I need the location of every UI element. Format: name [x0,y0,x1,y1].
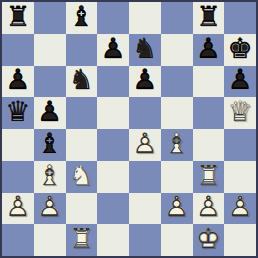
square-e1[interactable] [129,224,161,256]
square-g7[interactable]: ♟♙ [193,34,225,66]
square-d5[interactable] [97,97,129,129]
square-d2[interactable] [97,193,129,225]
black-rook[interactable]: ♜♖ [2,2,34,34]
square-a2[interactable]: ♟♙ [2,193,34,225]
rook-glyph-outline: ♖ [196,3,221,31]
square-a6[interactable]: ♟♙ [2,66,34,98]
square-h4[interactable] [224,129,256,161]
square-g8[interactable]: ♜♖ [193,2,225,34]
pawn-glyph-outline: ♙ [132,130,157,158]
square-e7[interactable]: ♞♘ [129,34,161,66]
square-g3[interactable]: ♜♖ [193,161,225,193]
square-c7[interactable] [66,34,98,66]
white-pawn[interactable]: ♟♙ [2,193,34,225]
king-glyph-outline: ♔ [228,35,253,63]
black-pawn[interactable]: ♟♙ [34,97,66,129]
square-d7[interactable]: ♟♙ [97,34,129,66]
square-h7[interactable]: ♚♔ [224,34,256,66]
square-d4[interactable] [97,129,129,161]
square-e8[interactable] [129,2,161,34]
rook-glyph-outline: ♖ [5,3,30,31]
white-pawn[interactable]: ♟♙ [34,193,66,225]
square-b8[interactable] [34,2,66,34]
square-h8[interactable] [224,2,256,34]
knight-glyph-outline: ♘ [69,162,94,190]
white-queen[interactable]: ♛♕ [224,97,256,129]
square-h2[interactable]: ♟♙ [224,193,256,225]
square-e5[interactable] [129,97,161,129]
square-a8[interactable]: ♜♖ [2,2,34,34]
king-glyph-outline: ♔ [196,225,221,253]
black-knight[interactable]: ♞♘ [66,66,98,98]
white-pawn[interactable]: ♟♙ [129,129,161,161]
knight-glyph-outline: ♘ [69,66,94,94]
pawn-glyph-outline: ♙ [164,193,189,221]
black-pawn[interactable]: ♟♙ [224,66,256,98]
square-f1[interactable] [161,224,193,256]
black-pawn[interactable]: ♟♙ [129,66,161,98]
square-c2[interactable] [66,193,98,225]
square-g2[interactable]: ♟♙ [193,193,225,225]
square-h1[interactable] [224,224,256,256]
white-pawn[interactable]: ♟♙ [193,193,225,225]
rook-glyph-outline: ♖ [196,162,221,190]
square-f2[interactable]: ♟♙ [161,193,193,225]
square-e4[interactable]: ♟♙ [129,129,161,161]
pawn-glyph-outline: ♙ [101,35,126,63]
square-b1[interactable] [34,224,66,256]
square-f7[interactable] [161,34,193,66]
white-rook[interactable]: ♜♖ [66,224,98,256]
pawn-glyph-outline: ♙ [37,193,62,221]
square-c8[interactable]: ♝♗ [66,2,98,34]
pawn-glyph-outline: ♙ [37,98,62,126]
square-f5[interactable] [161,97,193,129]
square-d8[interactable] [97,2,129,34]
square-c6[interactable]: ♞♘ [66,66,98,98]
square-b7[interactable] [34,34,66,66]
square-d6[interactable] [97,66,129,98]
square-f3[interactable] [161,161,193,193]
square-b2[interactable]: ♟♙ [34,193,66,225]
square-c5[interactable] [66,97,98,129]
square-h6[interactable]: ♟♙ [224,66,256,98]
black-pawn[interactable]: ♟♙ [97,34,129,66]
square-h5[interactable]: ♛♕ [224,97,256,129]
bishop-glyph-outline: ♗ [69,3,94,31]
pawn-glyph-outline: ♙ [5,193,30,221]
pawn-glyph-outline: ♙ [5,66,30,94]
white-pawn[interactable]: ♟♙ [224,193,256,225]
white-king[interactable]: ♚♔ [193,224,225,256]
black-king[interactable]: ♚♔ [224,34,256,66]
square-a5[interactable]: ♛♕ [2,97,34,129]
black-bishop[interactable]: ♝♗ [34,129,66,161]
square-d1[interactable] [97,224,129,256]
square-g4[interactable] [193,129,225,161]
black-knight[interactable]: ♞♘ [129,34,161,66]
white-pawn[interactable]: ♟♙ [161,193,193,225]
black-queen[interactable]: ♛♕ [2,97,34,129]
pawn-glyph-outline: ♙ [196,35,221,63]
square-d3[interactable] [97,161,129,193]
black-rook[interactable]: ♜♖ [193,2,225,34]
chess-board: ♜♖♝♗♜♖♟♙♞♘♟♙♚♔♟♙♞♘♟♙♟♙♛♕♟♙♛♕♝♗♟♙♝♗♝♗♞♘♜♖… [2,2,256,256]
square-a1[interactable] [2,224,34,256]
square-a4[interactable] [2,129,34,161]
queen-glyph-outline: ♕ [228,98,253,126]
square-e3[interactable] [129,161,161,193]
square-g1[interactable]: ♚♔ [193,224,225,256]
pawn-glyph-outline: ♙ [228,66,253,94]
black-pawn[interactable]: ♟♙ [2,66,34,98]
bishop-glyph-outline: ♗ [37,130,62,158]
square-c3[interactable]: ♞♘ [66,161,98,193]
black-pawn[interactable]: ♟♙ [193,34,225,66]
chess-board-frame: ♜♖♝♗♜♖♟♙♞♘♟♙♚♔♟♙♞♘♟♙♟♙♛♕♟♙♛♕♝♗♟♙♝♗♝♗♞♘♜♖… [0,0,258,258]
square-c4[interactable] [66,129,98,161]
square-e6[interactable]: ♟♙ [129,66,161,98]
square-g5[interactable] [193,97,225,129]
black-bishop[interactable]: ♝♗ [66,2,98,34]
square-g6[interactable] [193,66,225,98]
square-f6[interactable] [161,66,193,98]
square-a3[interactable] [2,161,34,193]
square-b4[interactable]: ♝♗ [34,129,66,161]
square-f4[interactable]: ♝♗ [161,129,193,161]
bishop-glyph-outline: ♗ [164,130,189,158]
square-a7[interactable] [2,34,34,66]
square-f8[interactable] [161,2,193,34]
bishop-glyph-outline: ♗ [37,162,62,190]
white-bishop[interactable]: ♝♗ [34,161,66,193]
square-h3[interactable] [224,161,256,193]
knight-glyph-outline: ♘ [132,35,157,63]
pawn-glyph-outline: ♙ [228,193,253,221]
square-b5[interactable]: ♟♙ [34,97,66,129]
pawn-glyph-outline: ♙ [132,66,157,94]
rook-glyph-outline: ♖ [69,225,94,253]
white-bishop[interactable]: ♝♗ [161,129,193,161]
white-rook[interactable]: ♜♖ [193,161,225,193]
pawn-glyph-outline: ♙ [196,193,221,221]
square-b3[interactable]: ♝♗ [34,161,66,193]
white-knight[interactable]: ♞♘ [66,161,98,193]
square-c1[interactable]: ♜♖ [66,224,98,256]
square-e2[interactable] [129,193,161,225]
square-b6[interactable] [34,66,66,98]
queen-glyph-outline: ♕ [5,98,30,126]
